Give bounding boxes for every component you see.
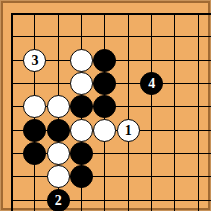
intersection-c6-r6: 1 [117,119,140,142]
intersection-c5-r3 [93,49,116,72]
black-stone [70,165,93,188]
intersection-c5-r6 [93,119,116,142]
white-stone [70,72,93,95]
white-stone-move-3: 3 [23,49,46,72]
white-stone-move-1: 1 [117,119,140,142]
intersection-c2-r3: 3 [23,49,46,72]
intersection-c4-r4 [70,72,93,95]
black-stone [93,72,116,95]
intersection-c4-r3 [70,49,93,72]
black-stone [47,119,70,142]
intersection-c2-r5 [23,95,46,118]
go-board-grid: 3412 [0,2,210,211]
white-stone [70,119,93,142]
intersection-c3-r6 [47,119,70,142]
white-stone [93,119,116,142]
intersection-c3-r7 [47,142,70,165]
intersection-c3-r9: 2 [47,189,70,211]
intersection-c5-r5 [93,95,116,118]
intersection-c3-r5 [47,95,70,118]
white-stone [23,95,46,118]
black-stone [93,49,116,72]
intersection-c3-r8 [47,165,70,188]
black-stone [23,142,46,165]
intersection-c4-r8 [70,165,93,188]
intersection-c7-r4: 4 [140,72,163,95]
white-stone [47,165,70,188]
black-stone [70,95,93,118]
intersection-c5-r4 [93,72,116,95]
intersection-c4-r5 [70,95,93,118]
white-stone [47,95,70,118]
intersection-c2-r6 [23,119,46,142]
black-stone [93,95,116,118]
black-stone [70,142,93,165]
white-stone [47,142,70,165]
white-stone [70,49,93,72]
black-stone-move-2: 2 [47,189,70,211]
intersection-c2-r7 [23,142,46,165]
black-stone [23,119,46,142]
black-stone-move-4: 4 [140,72,163,95]
go-diagram[interactable]: 3412 [0,0,211,211]
intersection-c4-r6 [70,119,93,142]
intersection-c4-r7 [70,142,93,165]
